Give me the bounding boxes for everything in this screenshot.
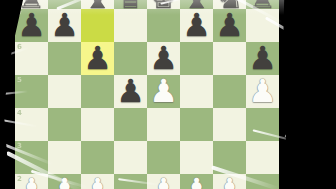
square-e7[interactable]: [147, 9, 180, 42]
square-h5[interactable]: ♟: [246, 75, 279, 108]
square-g7[interactable]: ♟: [213, 9, 246, 42]
white-pawn-a2[interactable]: ♟: [15, 174, 48, 189]
square-g6[interactable]: [213, 42, 246, 75]
square-c2[interactable]: ♟: [81, 174, 114, 189]
square-e5[interactable]: ♟: [147, 75, 180, 108]
square-a4[interactable]: 4: [15, 108, 48, 141]
square-f6[interactable]: [180, 42, 213, 75]
square-c6[interactable]: ♟: [81, 42, 114, 75]
rank-coordinate-4: 4: [17, 109, 22, 117]
square-e2[interactable]: ♟: [147, 174, 180, 189]
square-g2[interactable]: ♟: [213, 174, 246, 189]
square-f3[interactable]: [180, 141, 213, 174]
square-b3[interactable]: [48, 141, 81, 174]
square-c5[interactable]: [81, 75, 114, 108]
square-h2[interactable]: [246, 174, 279, 189]
black-pawn-c6[interactable]: ♟: [81, 42, 114, 75]
black-pawn-d5[interactable]: ♟: [114, 75, 147, 108]
square-a2[interactable]: 2♟: [15, 174, 48, 189]
right-black-bar: [282, 0, 336, 189]
square-h8[interactable]: ♜: [246, 0, 279, 9]
square-f2[interactable]: ♟: [180, 174, 213, 189]
rank-coordinate-6: 6: [17, 43, 22, 51]
white-pawn-e5[interactable]: ♟: [147, 75, 180, 108]
white-pawn-b2[interactable]: ♟: [48, 174, 81, 189]
square-e4[interactable]: [147, 108, 180, 141]
square-f7[interactable]: ♟: [180, 9, 213, 42]
square-c3[interactable]: [81, 141, 114, 174]
square-a6[interactable]: 6: [15, 42, 48, 75]
white-pawn-f2[interactable]: ♟: [180, 174, 213, 189]
square-h7[interactable]: [246, 9, 279, 42]
black-pawn-a7[interactable]: ♟: [15, 9, 48, 42]
square-e3[interactable]: [147, 141, 180, 174]
square-b6[interactable]: [48, 42, 81, 75]
black-pawn-f7[interactable]: ♟: [180, 9, 213, 42]
square-c4[interactable]: [81, 108, 114, 141]
square-g5[interactable]: [213, 75, 246, 108]
white-pawn-h5[interactable]: ♟: [246, 75, 279, 108]
square-b5[interactable]: [48, 75, 81, 108]
square-e6[interactable]: ♟: [147, 42, 180, 75]
square-e8[interactable]: ♚: [147, 0, 180, 9]
square-f4[interactable]: [180, 108, 213, 141]
black-pawn-g7[interactable]: ♟: [213, 9, 246, 42]
white-pawn-c2[interactable]: ♟: [81, 174, 114, 189]
rank-coordinate-5: 5: [17, 76, 22, 84]
square-c7[interactable]: [81, 9, 114, 42]
rank-coordinate-3: 3: [17, 142, 22, 150]
square-g4[interactable]: [213, 108, 246, 141]
square-d4[interactable]: [114, 108, 147, 141]
square-d3[interactable]: [114, 141, 147, 174]
square-d2[interactable]: [114, 174, 147, 189]
black-pawn-e6[interactable]: ♟: [147, 42, 180, 75]
white-pawn-e2[interactable]: ♟: [147, 174, 180, 189]
thumbnail-stage: ♜♝♛♚♝♞♜7♟♟♟♟6♟♟♟5♟♟♟432♟♟♟♟♟♟♜♞♝♛♚♝♜: [0, 0, 336, 189]
square-f5[interactable]: [180, 75, 213, 108]
square-b4[interactable]: [48, 108, 81, 141]
square-a3[interactable]: 3: [15, 141, 48, 174]
square-d7[interactable]: [114, 9, 147, 42]
square-h3[interactable]: [246, 141, 279, 174]
square-c8[interactable]: ♝: [81, 0, 114, 9]
square-b7[interactable]: ♟: [48, 9, 81, 42]
square-b2[interactable]: ♟: [48, 174, 81, 189]
chess-board[interactable]: ♜♝♛♚♝♞♜7♟♟♟♟6♟♟♟5♟♟♟432♟♟♟♟♟♟♜♞♝♛♚♝♜: [15, 0, 279, 189]
square-d8[interactable]: ♛: [114, 0, 147, 9]
white-pawn-g2[interactable]: ♟: [213, 174, 246, 189]
square-h6[interactable]: ♟: [246, 42, 279, 75]
black-pawn-h6[interactable]: ♟: [246, 42, 279, 75]
square-g3[interactable]: [213, 141, 246, 174]
square-h4[interactable]: [246, 108, 279, 141]
square-d5[interactable]: ♟: [114, 75, 147, 108]
black-pawn-b7[interactable]: ♟: [48, 9, 81, 42]
square-d6[interactable]: [114, 42, 147, 75]
square-a5[interactable]: 5: [15, 75, 48, 108]
square-a7[interactable]: 7♟: [15, 9, 48, 42]
